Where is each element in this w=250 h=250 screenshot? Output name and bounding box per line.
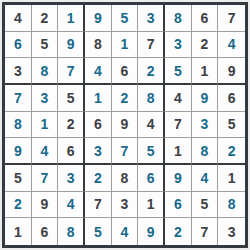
cell-r5c1[interactable]: 8 xyxy=(5,112,32,139)
cell-r1c3[interactable]: 1 xyxy=(58,5,85,32)
cell-r6c2[interactable]: 4 xyxy=(32,138,59,165)
cell-r2c9[interactable]: 4 xyxy=(218,32,245,59)
cell-r6c3[interactable]: 6 xyxy=(58,138,85,165)
cell-r2c6[interactable]: 7 xyxy=(138,32,165,59)
cell-r9c8[interactable]: 7 xyxy=(192,218,219,245)
cell-r6c1[interactable]: 9 xyxy=(5,138,32,165)
cell-r8c1[interactable]: 2 xyxy=(5,192,32,219)
cell-r2c8[interactable]: 2 xyxy=(192,32,219,59)
cell-r5c6[interactable]: 4 xyxy=(138,112,165,139)
cell-r9c3[interactable]: 8 xyxy=(58,218,85,245)
cell-r1c9[interactable]: 7 xyxy=(218,5,245,32)
cell-r1c5[interactable]: 5 xyxy=(112,5,139,32)
cell-r6c5[interactable]: 7 xyxy=(112,138,139,165)
cell-r4c5[interactable]: 2 xyxy=(112,85,139,112)
cell-r5c9[interactable]: 5 xyxy=(218,112,245,139)
cell-r8c3[interactable]: 4 xyxy=(58,192,85,219)
cell-r4c6[interactable]: 8 xyxy=(138,85,165,112)
cell-r9c6[interactable]: 9 xyxy=(138,218,165,245)
cell-r6c4[interactable]: 3 xyxy=(85,138,112,165)
cell-r7c3[interactable]: 3 xyxy=(58,165,85,192)
cell-r1c7[interactable]: 8 xyxy=(165,5,192,32)
cell-r2c1[interactable]: 6 xyxy=(5,32,32,59)
cell-r9c9[interactable]: 3 xyxy=(218,218,245,245)
cell-r8c5[interactable]: 3 xyxy=(112,192,139,219)
cell-r4c7[interactable]: 4 xyxy=(165,85,192,112)
cell-r7c6[interactable]: 6 xyxy=(138,165,165,192)
cell-r8c4[interactable]: 7 xyxy=(85,192,112,219)
cell-r6c9[interactable]: 2 xyxy=(218,138,245,165)
cell-r9c5[interactable]: 4 xyxy=(112,218,139,245)
cell-r9c2[interactable]: 6 xyxy=(32,218,59,245)
cell-r8c2[interactable]: 9 xyxy=(32,192,59,219)
sudoku-board: 4219538676598173243874625197351284968126… xyxy=(2,2,248,248)
cell-r1c1[interactable]: 4 xyxy=(5,5,32,32)
cell-r5c5[interactable]: 9 xyxy=(112,112,139,139)
cell-r4c8[interactable]: 9 xyxy=(192,85,219,112)
cell-r5c2[interactable]: 1 xyxy=(32,112,59,139)
cell-r4c3[interactable]: 5 xyxy=(58,85,85,112)
cell-r6c8[interactable]: 8 xyxy=(192,138,219,165)
cell-r3c8[interactable]: 1 xyxy=(192,58,219,85)
cell-r4c9[interactable]: 6 xyxy=(218,85,245,112)
cell-r6c6[interactable]: 5 xyxy=(138,138,165,165)
cell-r7c1[interactable]: 5 xyxy=(5,165,32,192)
cell-r3c9[interactable]: 9 xyxy=(218,58,245,85)
cell-r7c8[interactable]: 4 xyxy=(192,165,219,192)
cell-r5c8[interactable]: 3 xyxy=(192,112,219,139)
cell-r7c4[interactable]: 2 xyxy=(85,165,112,192)
sudoku-app: 4219538676598173243874625197351284968126… xyxy=(0,0,250,250)
cell-r6c7[interactable]: 1 xyxy=(165,138,192,165)
cell-r2c3[interactable]: 9 xyxy=(58,32,85,59)
cell-r1c4[interactable]: 9 xyxy=(85,5,112,32)
cell-r2c7[interactable]: 3 xyxy=(165,32,192,59)
cell-r7c2[interactable]: 7 xyxy=(32,165,59,192)
cell-r1c6[interactable]: 3 xyxy=(138,5,165,32)
cell-r3c6[interactable]: 2 xyxy=(138,58,165,85)
cell-r8c8[interactable]: 5 xyxy=(192,192,219,219)
cell-r2c4[interactable]: 8 xyxy=(85,32,112,59)
cell-r7c7[interactable]: 9 xyxy=(165,165,192,192)
cell-r3c7[interactable]: 5 xyxy=(165,58,192,85)
cell-r3c2[interactable]: 8 xyxy=(32,58,59,85)
cell-r3c4[interactable]: 4 xyxy=(85,58,112,85)
cell-r7c9[interactable]: 1 xyxy=(218,165,245,192)
cell-r3c5[interactable]: 6 xyxy=(112,58,139,85)
cell-r9c7[interactable]: 2 xyxy=(165,218,192,245)
cell-r1c8[interactable]: 6 xyxy=(192,5,219,32)
cell-r4c2[interactable]: 3 xyxy=(32,85,59,112)
cell-r9c1[interactable]: 1 xyxy=(5,218,32,245)
cell-r5c3[interactable]: 2 xyxy=(58,112,85,139)
cell-r8c7[interactable]: 6 xyxy=(165,192,192,219)
cell-r5c7[interactable]: 7 xyxy=(165,112,192,139)
cell-r5c4[interactable]: 6 xyxy=(85,112,112,139)
cell-r3c1[interactable]: 3 xyxy=(5,58,32,85)
cell-r8c9[interactable]: 8 xyxy=(218,192,245,219)
cell-r7c5[interactable]: 8 xyxy=(112,165,139,192)
cell-r2c2[interactable]: 5 xyxy=(32,32,59,59)
cell-r1c2[interactable]: 2 xyxy=(32,5,59,32)
cell-r2c5[interactable]: 1 xyxy=(112,32,139,59)
cell-r4c4[interactable]: 1 xyxy=(85,85,112,112)
cell-r9c4[interactable]: 5 xyxy=(85,218,112,245)
cell-r8c6[interactable]: 1 xyxy=(138,192,165,219)
cell-r4c1[interactable]: 7 xyxy=(5,85,32,112)
cell-r3c3[interactable]: 7 xyxy=(58,58,85,85)
